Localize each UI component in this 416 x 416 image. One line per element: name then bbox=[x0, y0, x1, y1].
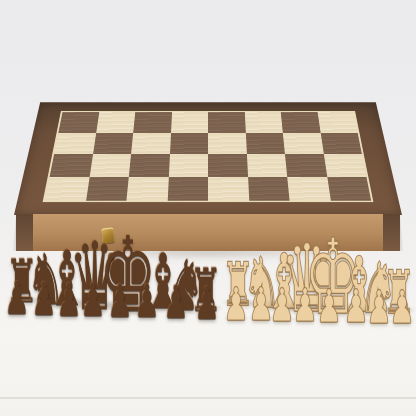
board-square-r1c2 bbox=[131, 133, 171, 154]
board-square-r0c1 bbox=[96, 112, 135, 132]
dark-pawn[interactable]: ♟ bbox=[56, 277, 82, 323]
board-square-r0c7 bbox=[317, 112, 357, 132]
dark-pawn[interactable]: ♟ bbox=[107, 278, 133, 324]
board-grid bbox=[45, 112, 371, 200]
board-square-r3c5 bbox=[248, 177, 290, 201]
board-square-r3c7 bbox=[327, 177, 371, 201]
board-square-r3c3 bbox=[167, 177, 208, 201]
board-square-r1c0 bbox=[54, 133, 96, 154]
box-walnut-end-right bbox=[383, 214, 400, 251]
board-square-r2c4 bbox=[208, 154, 248, 177]
board-square-r0c5 bbox=[244, 112, 282, 132]
board-square-r1c5 bbox=[245, 133, 285, 154]
board-square-r1c4 bbox=[208, 133, 246, 154]
board-square-r3c4 bbox=[208, 177, 249, 201]
board-square-r0c3 bbox=[171, 112, 208, 132]
board-square-r0c6 bbox=[281, 112, 320, 132]
board-square-r2c0 bbox=[50, 154, 93, 177]
board-square-r3c6 bbox=[287, 177, 330, 201]
board-square-r1c1 bbox=[93, 133, 134, 154]
board-square-r2c2 bbox=[129, 154, 170, 177]
light-pawn[interactable]: ♟ bbox=[366, 284, 392, 330]
board-square-r2c3 bbox=[168, 154, 208, 177]
table-edge-seam bbox=[0, 397, 416, 399]
board-square-r3c0 bbox=[45, 177, 89, 201]
board-square-r2c6 bbox=[285, 154, 327, 177]
board-square-r0c0 bbox=[58, 112, 98, 132]
light-pawn[interactable]: ♟ bbox=[292, 282, 318, 328]
board-square-r0c4 bbox=[208, 112, 245, 132]
board-square-r1c7 bbox=[320, 133, 362, 154]
board-square-r2c1 bbox=[89, 154, 131, 177]
light-pawn[interactable]: ♟ bbox=[269, 282, 295, 328]
board-square-r1c6 bbox=[283, 133, 324, 154]
photo-stage: ♜♞♝♛♚♝♞♜♟♟♟♟♟♟♟♟♜♞♝♛♚♝♞♜♟♟♟♟♟♟♟♟ bbox=[0, 0, 416, 416]
board-square-r3c2 bbox=[126, 177, 168, 201]
dark-pawn[interactable]: ♟ bbox=[163, 279, 189, 325]
light-pawn[interactable]: ♟ bbox=[343, 283, 369, 329]
light-pawn[interactable]: ♟ bbox=[223, 281, 249, 327]
dark-pawn[interactable]: ♟ bbox=[80, 277, 106, 323]
light-pawn[interactable]: ♟ bbox=[389, 284, 415, 330]
board-square-r3c1 bbox=[86, 177, 129, 201]
dark-pawn[interactable]: ♟ bbox=[134, 278, 160, 324]
board-square-r0c2 bbox=[133, 112, 171, 132]
board-square-r2c7 bbox=[323, 154, 366, 177]
board-inlay-line bbox=[43, 111, 374, 202]
board-square-r1c3 bbox=[170, 133, 208, 154]
dark-pawn[interactable]: ♟ bbox=[4, 275, 30, 321]
dark-pawn[interactable]: ♟ bbox=[31, 276, 57, 322]
dark-pawn[interactable]: ♟ bbox=[194, 280, 220, 326]
chess-box-top bbox=[14, 102, 402, 215]
light-pawn[interactable]: ♟ bbox=[316, 283, 342, 329]
board-square-r2c5 bbox=[246, 154, 287, 177]
